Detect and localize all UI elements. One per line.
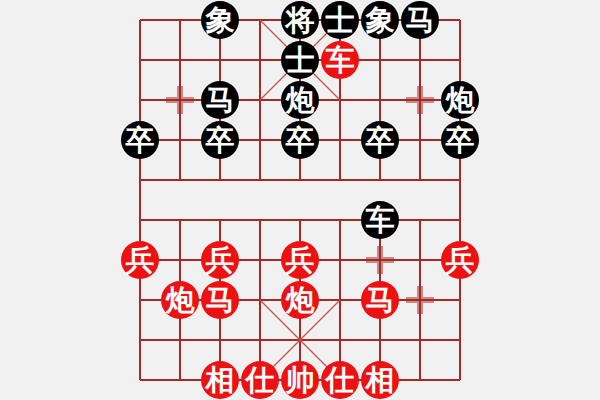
piece-black-soldier[interactable]: 卒 xyxy=(441,121,479,159)
marker-corner xyxy=(181,86,194,99)
piece-red-horse[interactable]: 马 xyxy=(201,281,239,319)
piece-black-chariot[interactable]: 车 xyxy=(361,201,399,239)
piece-black-soldier[interactable]: 卒 xyxy=(361,121,399,159)
xiangqi-board[interactable]: 象将士象马士车马炮炮卒卒卒卒卒车兵兵兵兵炮马炮马相仕帅仕相 xyxy=(120,0,480,400)
piece-red-chariot[interactable]: 车 xyxy=(321,41,359,79)
marker-corner xyxy=(421,101,434,114)
piece-red-cannon[interactable]: 炮 xyxy=(281,281,319,319)
piece-red-elephant[interactable]: 相 xyxy=(201,361,239,399)
piece-red-soldier[interactable]: 兵 xyxy=(441,241,479,279)
piece-black-cannon[interactable]: 炮 xyxy=(441,81,479,119)
piece-black-horse[interactable]: 马 xyxy=(201,81,239,119)
piece-black-elephant[interactable]: 象 xyxy=(361,1,399,39)
piece-red-soldier[interactable]: 兵 xyxy=(201,241,239,279)
piece-black-soldier[interactable]: 卒 xyxy=(201,121,239,159)
piece-black-soldier[interactable]: 卒 xyxy=(281,121,319,159)
marker-corner xyxy=(366,261,379,274)
piece-black-advisor[interactable]: 士 xyxy=(281,41,319,79)
marker-corner xyxy=(406,301,419,314)
xiangqi-screenshot: 象将士象马士车马炮炮卒卒卒卒卒车兵兵兵兵炮马炮马相仕帅仕相 xyxy=(0,0,600,400)
marker-corner xyxy=(421,86,434,99)
marker-corner xyxy=(406,101,419,114)
marker-corner xyxy=(381,261,394,274)
piece-red-horse[interactable]: 马 xyxy=(361,281,399,319)
marker-corner xyxy=(421,286,434,299)
marker-corner xyxy=(421,301,434,314)
move-marker xyxy=(166,86,194,114)
piece-black-general[interactable]: 将 xyxy=(281,1,319,39)
piece-red-cannon[interactable]: 炮 xyxy=(161,281,199,319)
marker-corner xyxy=(406,286,419,299)
piece-red-advisor[interactable]: 仕 xyxy=(321,361,359,399)
piece-red-elephant[interactable]: 相 xyxy=(361,361,399,399)
piece-black-cannon[interactable]: 炮 xyxy=(281,81,319,119)
piece-red-general[interactable]: 帅 xyxy=(281,361,319,399)
piece-red-soldier[interactable]: 兵 xyxy=(281,241,319,279)
marker-corner xyxy=(166,101,179,114)
piece-red-soldier[interactable]: 兵 xyxy=(121,241,159,279)
move-marker xyxy=(406,86,434,114)
piece-black-elephant[interactable]: 象 xyxy=(201,1,239,39)
piece-red-advisor[interactable]: 仕 xyxy=(241,361,279,399)
piece-black-soldier[interactable]: 卒 xyxy=(121,121,159,159)
marker-corner xyxy=(366,246,379,259)
move-marker xyxy=(406,286,434,314)
piece-black-horse[interactable]: 马 xyxy=(401,1,439,39)
marker-corner xyxy=(381,246,394,259)
marker-corner xyxy=(166,86,179,99)
piece-black-advisor[interactable]: 士 xyxy=(321,1,359,39)
marker-corner xyxy=(406,86,419,99)
marker-corner xyxy=(181,101,194,114)
move-marker xyxy=(366,246,394,274)
